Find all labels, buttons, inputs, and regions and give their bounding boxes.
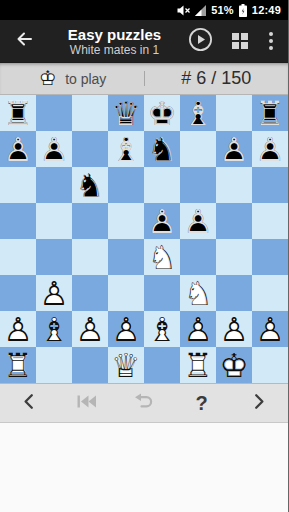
square-d7[interactable]: ♝♗ [108, 131, 144, 167]
square-c6[interactable]: ♞♘ [72, 167, 108, 203]
square-e8[interactable]: ♚♔ [144, 95, 180, 131]
square-g8[interactable] [216, 95, 252, 131]
piece-black-pawn: ♟♙ [144, 203, 180, 239]
piece-black-pawn: ♟♙ [0, 131, 36, 167]
screen: 51% 12:49 Easy puzzles White mates in 1 [0, 0, 288, 512]
square-f6[interactable] [180, 167, 216, 203]
app-bar: Easy puzzles White mates in 1 [0, 20, 288, 62]
piece-white-pawn: ♟♙ [36, 275, 72, 311]
page-subtitle: White mates in 1 [41, 43, 188, 57]
square-d6[interactable] [108, 167, 144, 203]
white-king-icon: ♚ ♔ [37, 67, 58, 90]
chevron-left-icon [21, 393, 37, 414]
chess-board: ♜♖♛♕♚♔♝♗♜♖♟♙♟♙♝♗♞♘♟♙♟♙♞♘♟♙♟♙♞♘♟♙♞♘♟♙♝♗♟♙… [0, 95, 288, 383]
puzzle-grid-button[interactable] [232, 33, 248, 49]
piece-white-pawn: ♟♙ [108, 311, 144, 347]
piece-black-bishop: ♝♗ [180, 95, 216, 131]
square-e6[interactable] [144, 167, 180, 203]
square-b2[interactable]: ♝♗ [36, 311, 72, 347]
square-g3[interactable] [216, 275, 252, 311]
piece-white-queen: ♛♕ [108, 347, 144, 383]
piece-black-queen: ♛♕ [108, 95, 144, 131]
next-puzzle-button[interactable] [230, 384, 288, 422]
square-c3[interactable] [72, 275, 108, 311]
square-a1[interactable]: ♜♖ [0, 347, 36, 383]
battery-icon [239, 4, 247, 17]
square-g2[interactable]: ♟♙ [216, 311, 252, 347]
square-e1[interactable] [144, 347, 180, 383]
square-c5[interactable] [72, 203, 108, 239]
square-b6[interactable] [36, 167, 72, 203]
square-h8[interactable]: ♜♖ [252, 95, 288, 131]
square-a6[interactable] [0, 167, 36, 203]
piece-black-rook: ♜♖ [252, 95, 288, 131]
skip-previous-icon [76, 394, 97, 413]
square-d1[interactable]: ♛♕ [108, 347, 144, 383]
piece-white-pawn: ♟♙ [252, 311, 288, 347]
piece-black-pawn: ♟♙ [252, 131, 288, 167]
piece-white-pawn: ♟♙ [72, 311, 108, 347]
app-bar-actions [188, 27, 275, 56]
piece-white-pawn: ♟♙ [180, 311, 216, 347]
to-play-label: to play [65, 71, 106, 87]
piece-black-king: ♚♔ [144, 95, 180, 131]
square-h3[interactable] [252, 275, 288, 311]
square-d3[interactable] [108, 275, 144, 311]
chevron-right-icon [251, 393, 267, 414]
piece-white-king: ♚♔ [216, 347, 252, 383]
piece-black-pawn: ♟♙ [216, 131, 252, 167]
piece-white-pawn: ♟♙ [216, 311, 252, 347]
square-c2[interactable]: ♟♙ [72, 311, 108, 347]
square-f4[interactable] [180, 239, 216, 275]
piece-white-bishop: ♝♗ [36, 311, 72, 347]
square-f3[interactable]: ♞♘ [180, 275, 216, 311]
side-to-play: ♚ ♔ to play [0, 67, 144, 90]
square-h7[interactable]: ♟♙ [252, 131, 288, 167]
piece-black-knight: ♞♘ [72, 167, 108, 203]
piece-black-pawn: ♟♙ [36, 131, 72, 167]
page-title: Easy puzzles [41, 26, 188, 43]
square-a8[interactable]: ♜♖ [0, 95, 36, 131]
square-h6[interactable] [252, 167, 288, 203]
piece-white-rook: ♜♖ [180, 347, 216, 383]
square-c8[interactable] [72, 95, 108, 131]
square-f2[interactable]: ♟♙ [180, 311, 216, 347]
square-b5[interactable] [36, 203, 72, 239]
mute-icon [177, 5, 190, 16]
info-bar: ♚ ♔ to play # 6 / 150 [0, 62, 288, 95]
square-h2[interactable]: ♟♙ [252, 311, 288, 347]
square-b1[interactable] [36, 347, 72, 383]
hint-button[interactable]: ? [173, 384, 231, 422]
square-h4[interactable] [252, 239, 288, 275]
square-e4[interactable]: ♞♘ [144, 239, 180, 275]
battery-percent: 51% [211, 4, 234, 16]
square-d5[interactable] [108, 203, 144, 239]
undo-move-button[interactable] [115, 384, 173, 422]
question-mark-icon: ? [195, 393, 207, 413]
square-c4[interactable] [72, 239, 108, 275]
square-a3[interactable] [0, 275, 36, 311]
square-b8[interactable] [36, 95, 72, 131]
square-d8[interactable]: ♛♕ [108, 95, 144, 131]
skip-to-start-button[interactable] [58, 384, 116, 422]
square-f8[interactable]: ♝♗ [180, 95, 216, 131]
square-b4[interactable] [36, 239, 72, 275]
square-g4[interactable] [216, 239, 252, 275]
piece-black-bishop: ♝♗ [108, 131, 144, 167]
piece-white-pawn: ♟♙ [0, 311, 36, 347]
square-a2[interactable]: ♟♙ [0, 311, 36, 347]
square-a5[interactable] [0, 203, 36, 239]
status-bar: 51% 12:49 [0, 0, 288, 20]
square-h5[interactable] [252, 203, 288, 239]
square-a4[interactable] [0, 239, 36, 275]
square-a7[interactable]: ♟♙ [0, 131, 36, 167]
square-c1[interactable] [72, 347, 108, 383]
square-f5[interactable]: ♟♙ [180, 203, 216, 239]
square-g7[interactable]: ♟♙ [216, 131, 252, 167]
piece-white-knight: ♞♘ [144, 239, 180, 275]
square-d2[interactable]: ♟♙ [108, 311, 144, 347]
square-c7[interactable] [72, 131, 108, 167]
square-e7[interactable]: ♞♘ [144, 131, 180, 167]
piece-white-rook: ♜♖ [0, 347, 36, 383]
piece-black-pawn: ♟♙ [180, 203, 216, 239]
square-e3[interactable] [144, 275, 180, 311]
square-d4[interactable] [108, 239, 144, 275]
square-g1[interactable]: ♚♔ [216, 347, 252, 383]
square-f1[interactable]: ♜♖ [180, 347, 216, 383]
square-e2[interactable]: ♝♗ [144, 311, 180, 347]
play-circle-button[interactable] [188, 27, 213, 56]
square-g5[interactable] [216, 203, 252, 239]
piece-white-knight: ♞♘ [180, 275, 216, 311]
square-f7[interactable] [180, 131, 216, 167]
title-block: Easy puzzles White mates in 1 [41, 26, 188, 57]
bottom-nav-bar: ? [0, 383, 288, 423]
square-e5[interactable]: ♟♙ [144, 203, 180, 239]
square-b3[interactable]: ♟♙ [36, 275, 72, 311]
puzzle-counter: # 6 / 150 [145, 68, 289, 89]
piece-black-rook: ♜♖ [0, 95, 36, 131]
square-h1[interactable] [252, 347, 288, 383]
piece-white-bishop: ♝♗ [144, 311, 180, 347]
back-arrow-icon [15, 30, 33, 52]
prev-puzzle-button[interactable] [0, 384, 58, 422]
square-b7[interactable]: ♟♙ [36, 131, 72, 167]
footer-blank-area [0, 423, 288, 512]
back-button[interactable] [15, 30, 41, 52]
piece-black-knight: ♞♘ [144, 131, 180, 167]
undo-icon [134, 393, 154, 413]
signal-icon [195, 5, 206, 16]
square-g6[interactable] [216, 167, 252, 203]
overflow-menu-button[interactable] [267, 32, 275, 50]
clock: 12:49 [252, 4, 281, 16]
